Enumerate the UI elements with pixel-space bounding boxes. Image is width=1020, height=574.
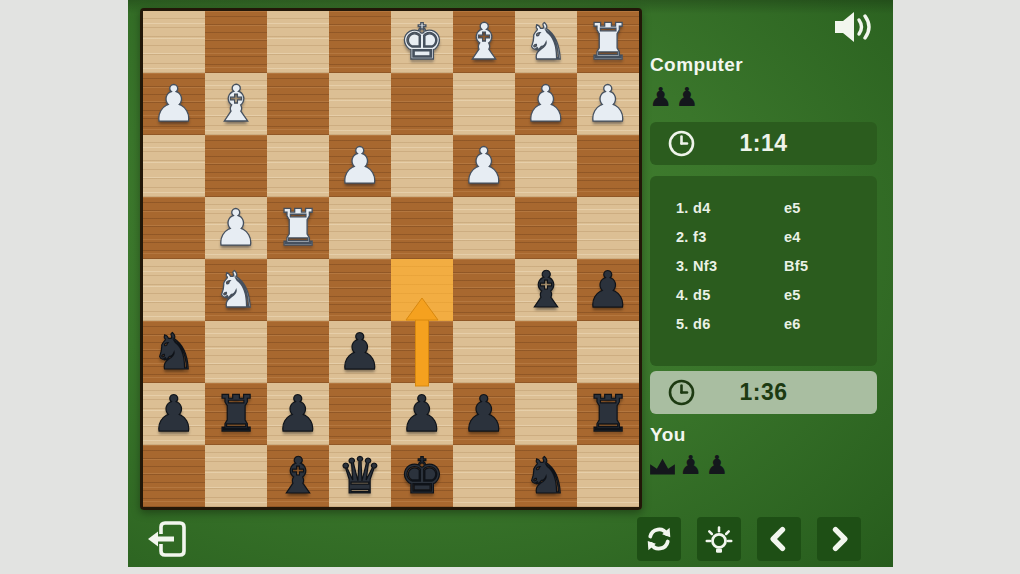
black-p-piece: ♟ — [267, 383, 329, 445]
move-row-5: 5. d6e6 — [650, 309, 877, 338]
square-e3[interactable] — [391, 135, 453, 197]
black-n-piece: ♞ — [515, 445, 577, 507]
chevron-left-icon — [765, 525, 793, 553]
square-c6[interactable] — [267, 321, 329, 383]
square-h2[interactable]: ♟ — [577, 73, 639, 135]
square-g8[interactable]: ♞ — [515, 445, 577, 507]
restart-icon — [644, 524, 674, 554]
black-move: e6 — [784, 316, 801, 332]
black-n-piece: ♞ — [143, 321, 205, 383]
square-b4[interactable]: ♟ — [205, 197, 267, 259]
captured-pawn-icon: ♟ — [675, 84, 698, 110]
square-e1[interactable]: ♚ — [391, 11, 453, 73]
square-f7[interactable]: ♟ — [453, 383, 515, 445]
square-h8[interactable] — [577, 445, 639, 507]
square-b3[interactable] — [205, 135, 267, 197]
captured-queen-icon — [649, 457, 676, 476]
move-list: 1. d4e52. f3e43. Nf3Bf54. d5e55. d6e6 — [650, 176, 877, 366]
captured-pawn-icon: ♟ — [705, 452, 728, 478]
square-a8[interactable] — [143, 445, 205, 507]
chess-board[interactable]: ♚♝♞♜♟♝♟♟♟♟♟♜♞♝♟♞♟♟♜♟♟♟♜♝♛♚♞ — [143, 11, 639, 507]
restart-button[interactable] — [637, 517, 681, 561]
square-f1[interactable]: ♝ — [453, 11, 515, 73]
captured-tray-computer: ♟♟ — [649, 82, 699, 110]
white-p-piece: ♟ — [143, 73, 205, 135]
square-a6[interactable]: ♞ — [143, 321, 205, 383]
white-b-piece: ♝ — [453, 11, 515, 73]
black-move: e4 — [784, 229, 801, 245]
black-p-piece: ♟ — [391, 383, 453, 445]
square-c3[interactable] — [267, 135, 329, 197]
white-move: 4. d5 — [676, 287, 784, 303]
black-b-piece: ♝ — [515, 259, 577, 321]
clock-you: 1:36 — [650, 371, 877, 414]
white-move: 3. Nf3 — [676, 258, 784, 274]
clock-computer: 1:14 — [650, 122, 877, 165]
white-n-piece: ♞ — [205, 259, 267, 321]
square-h1[interactable]: ♜ — [577, 11, 639, 73]
white-p-piece: ♟ — [205, 197, 267, 259]
black-move: Bf5 — [784, 258, 808, 274]
square-h4[interactable] — [577, 197, 639, 259]
white-move: 1. d4 — [676, 200, 784, 216]
square-d2[interactable] — [329, 73, 391, 135]
black-k-piece: ♚ — [391, 445, 453, 507]
square-d1[interactable] — [329, 11, 391, 73]
square-g2[interactable]: ♟ — [515, 73, 577, 135]
square-c2[interactable] — [267, 73, 329, 135]
square-c7[interactable]: ♟ — [267, 383, 329, 445]
square-e2[interactable] — [391, 73, 453, 135]
speaker-icon — [833, 11, 875, 43]
black-b-piece: ♝ — [267, 445, 329, 507]
white-b-piece: ♝ — [205, 73, 267, 135]
black-r-piece: ♜ — [577, 383, 639, 445]
move-row-2: 2. f3e4 — [650, 222, 877, 251]
white-n-piece: ♞ — [515, 11, 577, 73]
square-f8[interactable] — [453, 445, 515, 507]
square-h3[interactable] — [577, 135, 639, 197]
square-e4[interactable] — [391, 197, 453, 259]
exit-button[interactable] — [144, 515, 192, 563]
square-a4[interactable] — [143, 197, 205, 259]
game-canvas: ♚♝♞♜♟♝♟♟♟♟♟♜♞♝♟♞♟♟♜♟♟♟♜♝♛♚♞ Computer ♟♟ … — [128, 0, 893, 567]
white-r-piece: ♜ — [267, 197, 329, 259]
sound-button[interactable] — [828, 6, 880, 48]
square-f2[interactable] — [453, 73, 515, 135]
black-q-piece: ♛ — [329, 445, 391, 507]
white-move: 2. f3 — [676, 229, 784, 245]
square-f4[interactable] — [453, 197, 515, 259]
move-row-4: 4. d5e5 — [650, 280, 877, 309]
square-b2[interactable]: ♝ — [205, 73, 267, 135]
captured-pawn-icon: ♟ — [649, 84, 672, 110]
white-p-piece: ♟ — [577, 73, 639, 135]
square-a2[interactable]: ♟ — [143, 73, 205, 135]
black-p-piece: ♟ — [329, 321, 391, 383]
square-g3[interactable] — [515, 135, 577, 197]
square-a7[interactable]: ♟ — [143, 383, 205, 445]
black-move: e5 — [784, 200, 801, 216]
square-d3[interactable]: ♟ — [329, 135, 391, 197]
black-move: e5 — [784, 287, 801, 303]
square-f6[interactable] — [453, 321, 515, 383]
square-c4[interactable]: ♜ — [267, 197, 329, 259]
square-f3[interactable]: ♟ — [453, 135, 515, 197]
black-p-piece: ♟ — [577, 259, 639, 321]
square-b6[interactable] — [205, 321, 267, 383]
square-g7[interactable] — [515, 383, 577, 445]
move-row-1: 1. d4e5 — [650, 193, 877, 222]
square-a1[interactable] — [143, 11, 205, 73]
exit-icon — [145, 516, 191, 562]
square-d4[interactable] — [329, 197, 391, 259]
white-move: 5. d6 — [676, 316, 784, 332]
move-row-3: 3. Nf3Bf5 — [650, 251, 877, 280]
square-b1[interactable] — [205, 11, 267, 73]
square-a3[interactable] — [143, 135, 205, 197]
square-c5[interactable] — [267, 259, 329, 321]
square-b8[interactable] — [205, 445, 267, 507]
white-p-piece: ♟ — [515, 73, 577, 135]
captured-pawn-icon: ♟ — [679, 452, 702, 478]
hint-button[interactable] — [697, 517, 741, 561]
black-p-piece: ♟ — [143, 383, 205, 445]
square-a5[interactable] — [143, 259, 205, 321]
square-h6[interactable] — [577, 321, 639, 383]
white-k-piece: ♚ — [391, 11, 453, 73]
square-b5[interactable]: ♞ — [205, 259, 267, 321]
board-frame: ♚♝♞♜♟♝♟♟♟♟♟♜♞♝♟♞♟♟♜♟♟♟♜♝♛♚♞ — [140, 8, 642, 510]
square-f5[interactable] — [453, 259, 515, 321]
square-d5[interactable] — [329, 259, 391, 321]
square-h5[interactable]: ♟ — [577, 259, 639, 321]
black-r-piece: ♜ — [205, 383, 267, 445]
white-r-piece: ♜ — [577, 11, 639, 73]
next-move-button[interactable] — [817, 517, 861, 561]
player-name-you: You — [650, 424, 686, 446]
square-h7[interactable]: ♜ — [577, 383, 639, 445]
square-g5[interactable]: ♝ — [515, 259, 577, 321]
square-d8[interactable]: ♛ — [329, 445, 391, 507]
square-e6[interactable] — [391, 321, 453, 383]
square-e8[interactable]: ♚ — [391, 445, 453, 507]
chevron-right-icon — [825, 525, 853, 553]
square-g1[interactable]: ♞ — [515, 11, 577, 73]
previous-move-button[interactable] — [757, 517, 801, 561]
clock-time-you: 1:36 — [650, 371, 877, 414]
square-b7[interactable]: ♜ — [205, 383, 267, 445]
square-e5[interactable] — [391, 259, 453, 321]
square-d6[interactable]: ♟ — [329, 321, 391, 383]
square-e7[interactable]: ♟ — [391, 383, 453, 445]
white-p-piece: ♟ — [453, 135, 515, 197]
square-c8[interactable]: ♝ — [267, 445, 329, 507]
black-p-piece: ♟ — [453, 383, 515, 445]
square-g6[interactable] — [515, 321, 577, 383]
white-p-piece: ♟ — [329, 135, 391, 197]
square-g4[interactable] — [515, 197, 577, 259]
square-c1[interactable] — [267, 11, 329, 73]
lightbulb-icon — [704, 524, 734, 554]
captured-tray-you: ♟♟ — [649, 450, 729, 478]
square-d7[interactable] — [329, 383, 391, 445]
clock-time-computer: 1:14 — [650, 122, 877, 165]
player-name-computer: Computer — [650, 54, 743, 76]
